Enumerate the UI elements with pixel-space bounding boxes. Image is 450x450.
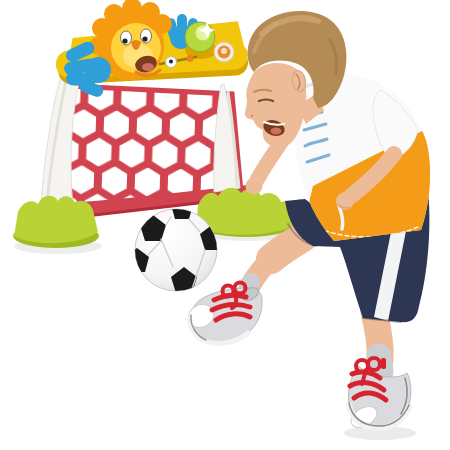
lion-figure xyxy=(63,0,234,98)
kicking-sneaker xyxy=(185,283,263,344)
boy-standing-leg xyxy=(347,312,411,432)
character-sticker xyxy=(214,42,234,62)
standing-sneaker xyxy=(347,358,411,432)
activity-light xyxy=(185,22,217,59)
boy-near-hand xyxy=(336,192,354,210)
boy-far-hand xyxy=(246,178,263,195)
photo-illustration xyxy=(0,0,450,450)
product-photo: Product photo: a toddler boy kicks a toy… xyxy=(0,0,450,450)
goal-left-base xyxy=(13,196,99,248)
